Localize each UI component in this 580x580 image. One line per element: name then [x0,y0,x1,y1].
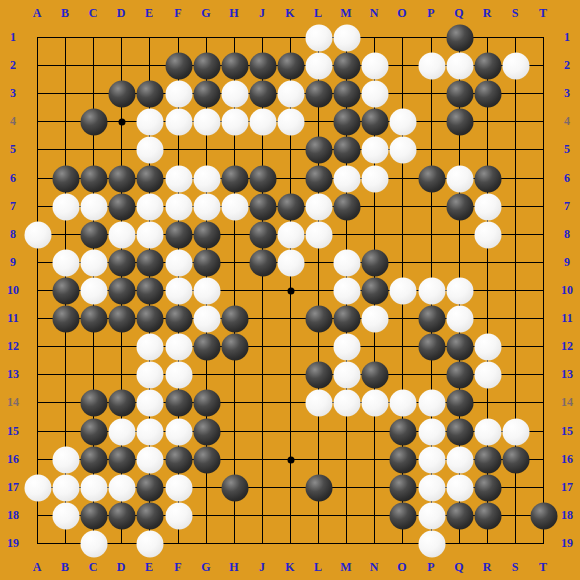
row-label-right: 18 [561,509,573,521]
black-stone[interactable] [333,108,360,135]
black-stone[interactable] [193,446,220,473]
grid-line-horizontal [37,543,544,544]
black-stone[interactable] [80,418,107,445]
white-stone[interactable] [418,418,445,445]
row-label-left: 15 [7,425,19,437]
black-stone[interactable] [305,80,332,107]
white-stone[interactable] [361,80,388,107]
row-label-left: 19 [7,537,19,549]
white-stone[interactable] [136,361,163,388]
black-stone[interactable] [305,165,332,192]
black-stone[interactable] [108,249,135,276]
black-stone[interactable] [333,52,360,79]
white-stone[interactable] [305,389,332,416]
column-label-bottom: S [512,561,519,573]
white-stone[interactable] [474,361,501,388]
black-stone[interactable] [108,502,135,529]
white-stone[interactable] [333,249,360,276]
black-stone[interactable] [249,165,276,192]
black-stone[interactable] [249,193,276,220]
black-stone[interactable] [446,361,473,388]
black-stone[interactable] [165,221,192,248]
white-stone[interactable] [333,24,360,51]
row-label-right: 19 [561,537,573,549]
column-label-top: J [259,7,265,19]
column-label-top: R [483,7,492,19]
white-stone[interactable] [80,249,107,276]
white-stone[interactable] [52,446,79,473]
black-stone[interactable] [221,333,248,360]
black-stone[interactable] [446,80,473,107]
row-label-right: 2 [564,59,570,71]
black-stone[interactable] [418,165,445,192]
column-label-top: H [229,7,238,19]
white-stone[interactable] [277,108,304,135]
white-stone[interactable] [221,193,248,220]
black-stone[interactable] [474,446,501,473]
white-stone[interactable] [418,446,445,473]
white-stone[interactable] [108,418,135,445]
row-label-right: 11 [561,312,572,324]
white-stone[interactable] [333,165,360,192]
black-stone[interactable] [80,446,107,473]
black-stone[interactable] [165,52,192,79]
black-stone[interactable] [80,502,107,529]
column-label-bottom: M [340,561,351,573]
black-stone[interactable] [446,193,473,220]
row-label-left: 9 [10,256,16,268]
black-stone[interactable] [474,52,501,79]
white-stone[interactable] [165,108,192,135]
white-stone[interactable] [52,502,79,529]
white-stone[interactable] [502,52,529,79]
black-stone[interactable] [277,193,304,220]
black-stone[interactable] [389,446,416,473]
white-stone[interactable] [136,446,163,473]
black-stone[interactable] [52,165,79,192]
black-stone[interactable] [389,502,416,529]
white-stone[interactable] [333,389,360,416]
white-stone[interactable] [136,108,163,135]
black-stone[interactable] [165,389,192,416]
white-stone[interactable] [136,136,163,163]
column-label-bottom: G [201,561,210,573]
white-stone[interactable] [474,221,501,248]
white-stone[interactable] [80,277,107,304]
column-label-top: Q [454,7,463,19]
black-stone[interactable] [80,221,107,248]
row-label-left: 1 [10,31,16,43]
white-stone[interactable] [165,502,192,529]
white-stone[interactable] [221,108,248,135]
row-label-right: 4 [564,115,570,127]
black-stone[interactable] [446,502,473,529]
white-stone[interactable] [277,80,304,107]
white-stone[interactable] [418,474,445,501]
white-stone[interactable] [333,333,360,360]
column-label-top: C [89,7,98,19]
white-stone[interactable] [418,52,445,79]
white-stone[interactable] [361,52,388,79]
black-stone[interactable] [193,52,220,79]
go-board-app: AABBCCDDEEFFGGHHJJKKLLMMNNOOPPQQRRSSTT11… [0,0,580,580]
column-label-bottom: Q [454,561,463,573]
white-stone[interactable] [446,165,473,192]
black-stone[interactable] [389,418,416,445]
white-stone[interactable] [221,80,248,107]
row-label-right: 12 [561,340,573,352]
white-stone[interactable] [474,418,501,445]
white-stone[interactable] [305,221,332,248]
black-stone[interactable] [80,389,107,416]
column-label-bottom: A [33,561,42,573]
black-stone[interactable] [361,108,388,135]
row-label-left: 4 [10,115,16,127]
row-label-right: 16 [561,453,573,465]
white-stone[interactable] [446,52,473,79]
column-label-top: N [370,7,379,19]
black-stone[interactable] [333,80,360,107]
white-stone[interactable] [165,277,192,304]
black-stone[interactable] [474,474,501,501]
black-stone[interactable] [193,333,220,360]
black-stone[interactable] [108,389,135,416]
white-stone[interactable] [80,530,107,557]
black-stone[interactable] [305,474,332,501]
black-stone[interactable] [361,277,388,304]
white-stone[interactable] [389,277,416,304]
white-stone[interactable] [165,361,192,388]
white-stone[interactable] [165,249,192,276]
black-stone[interactable] [136,305,163,332]
row-label-right: 9 [564,256,570,268]
black-stone[interactable] [333,193,360,220]
column-label-top: E [145,7,153,19]
white-stone[interactable] [277,221,304,248]
white-stone[interactable] [418,389,445,416]
row-label-right: 5 [564,143,570,155]
white-stone[interactable] [24,221,51,248]
white-stone[interactable] [361,305,388,332]
row-label-left: 6 [10,172,16,184]
row-label-right: 14 [561,396,573,408]
black-stone[interactable] [108,165,135,192]
row-label-right: 1 [564,31,570,43]
black-stone[interactable] [446,108,473,135]
column-label-bottom: K [285,561,294,573]
black-stone[interactable] [193,389,220,416]
grid-line-vertical [543,37,544,544]
white-stone[interactable] [193,305,220,332]
column-label-top: S [512,7,519,19]
black-stone[interactable] [136,249,163,276]
column-label-top: F [174,7,181,19]
white-stone[interactable] [193,277,220,304]
black-stone[interactable] [474,502,501,529]
white-stone[interactable] [136,221,163,248]
black-stone[interactable] [446,389,473,416]
column-label-bottom: E [145,561,153,573]
white-stone[interactable] [389,108,416,135]
black-stone[interactable] [446,24,473,51]
white-stone[interactable] [305,193,332,220]
black-stone[interactable] [249,52,276,79]
white-stone[interactable] [446,446,473,473]
white-stone[interactable] [52,249,79,276]
black-stone[interactable] [136,474,163,501]
column-label-bottom: N [370,561,379,573]
white-stone[interactable] [418,530,445,557]
row-label-left: 17 [7,481,19,493]
white-stone[interactable] [165,165,192,192]
column-label-top: O [397,7,406,19]
black-stone[interactable] [277,52,304,79]
black-stone[interactable] [136,502,163,529]
column-label-top: B [61,7,69,19]
black-stone[interactable] [193,418,220,445]
black-stone[interactable] [193,221,220,248]
row-label-right: 10 [561,284,573,296]
column-label-bottom: J [259,561,265,573]
row-label-left: 7 [10,200,16,212]
black-stone[interactable] [474,80,501,107]
black-stone[interactable] [221,165,248,192]
black-stone[interactable] [108,277,135,304]
star-point [118,118,125,125]
white-stone[interactable] [333,277,360,304]
row-label-right: 8 [564,228,570,240]
column-label-bottom: R [483,561,492,573]
black-stone[interactable] [530,502,557,529]
black-stone[interactable] [165,446,192,473]
white-stone[interactable] [277,249,304,276]
row-label-left: 2 [10,59,16,71]
row-label-left: 14 [7,396,19,408]
row-label-left: 18 [7,509,19,521]
white-stone[interactable] [193,108,220,135]
white-stone[interactable] [136,193,163,220]
black-stone[interactable] [418,333,445,360]
column-label-bottom: F [174,561,181,573]
column-label-top: A [33,7,42,19]
black-stone[interactable] [249,221,276,248]
black-stone[interactable] [108,193,135,220]
white-stone[interactable] [333,361,360,388]
row-label-left: 3 [10,87,16,99]
white-stone[interactable] [136,418,163,445]
white-stone[interactable] [446,277,473,304]
white-stone[interactable] [165,474,192,501]
row-label-left: 11 [7,312,18,324]
column-label-bottom: B [61,561,69,573]
white-stone[interactable] [165,193,192,220]
black-stone[interactable] [361,361,388,388]
white-stone[interactable] [24,474,51,501]
black-stone[interactable] [80,305,107,332]
column-label-bottom: C [89,561,98,573]
white-stone[interactable] [446,474,473,501]
white-stone[interactable] [136,389,163,416]
black-stone[interactable] [249,249,276,276]
grid-line-vertical [318,37,319,544]
column-label-top: K [285,7,294,19]
black-stone[interactable] [305,305,332,332]
black-stone[interactable] [221,52,248,79]
column-label-top: D [117,7,126,19]
white-stone[interactable] [474,333,501,360]
white-stone[interactable] [136,333,163,360]
black-stone[interactable] [108,305,135,332]
white-stone[interactable] [389,389,416,416]
white-stone[interactable] [80,474,107,501]
column-label-top: G [201,7,210,19]
row-label-right: 15 [561,425,573,437]
white-stone[interactable] [108,474,135,501]
black-stone[interactable] [52,305,79,332]
white-stone[interactable] [361,389,388,416]
white-stone[interactable] [502,418,529,445]
white-stone[interactable] [165,80,192,107]
white-stone[interactable] [361,136,388,163]
white-stone[interactable] [389,136,416,163]
row-label-right: 7 [564,200,570,212]
row-label-left: 12 [7,340,19,352]
star-point [287,287,294,294]
white-stone[interactable] [193,193,220,220]
black-stone[interactable] [193,80,220,107]
white-stone[interactable] [165,418,192,445]
white-stone[interactable] [418,502,445,529]
black-stone[interactable] [446,418,473,445]
white-stone[interactable] [136,530,163,557]
row-label-left: 8 [10,228,16,240]
black-stone[interactable] [333,305,360,332]
black-stone[interactable] [221,474,248,501]
black-stone[interactable] [165,305,192,332]
black-stone[interactable] [305,361,332,388]
black-stone[interactable] [80,108,107,135]
black-stone[interactable] [108,446,135,473]
white-stone[interactable] [474,193,501,220]
black-stone[interactable] [136,80,163,107]
row-label-right: 17 [561,481,573,493]
white-stone[interactable] [52,474,79,501]
white-stone[interactable] [418,277,445,304]
row-label-left: 10 [7,284,19,296]
column-label-bottom: D [117,561,126,573]
column-label-bottom: O [397,561,406,573]
column-label-bottom: P [427,561,434,573]
black-stone[interactable] [136,277,163,304]
black-stone[interactable] [389,474,416,501]
column-label-bottom: L [314,561,322,573]
white-stone[interactable] [108,221,135,248]
black-stone[interactable] [446,333,473,360]
black-stone[interactable] [361,249,388,276]
black-stone[interactable] [52,277,79,304]
row-label-left: 5 [10,143,16,155]
row-label-right: 13 [561,368,573,380]
white-stone[interactable] [52,193,79,220]
row-label-right: 3 [564,87,570,99]
white-stone[interactable] [193,165,220,192]
black-stone[interactable] [305,136,332,163]
white-stone[interactable] [361,165,388,192]
column-label-bottom: H [229,561,238,573]
white-stone[interactable] [446,305,473,332]
black-stone[interactable] [221,305,248,332]
black-stone[interactable] [474,165,501,192]
white-stone[interactable] [80,193,107,220]
column-label-top: P [427,7,434,19]
black-stone[interactable] [193,249,220,276]
black-stone[interactable] [333,136,360,163]
star-point [287,456,294,463]
row-label-right: 6 [564,172,570,184]
black-stone[interactable] [108,80,135,107]
column-label-top: M [340,7,351,19]
row-label-left: 13 [7,368,19,380]
white-stone[interactable] [249,108,276,135]
black-stone[interactable] [502,446,529,473]
black-stone[interactable] [418,305,445,332]
black-stone[interactable] [80,165,107,192]
white-stone[interactable] [305,24,332,51]
black-stone[interactable] [136,165,163,192]
column-label-bottom: T [539,561,547,573]
black-stone[interactable] [249,80,276,107]
column-label-top: L [314,7,322,19]
row-label-left: 16 [7,453,19,465]
column-label-top: T [539,7,547,19]
white-stone[interactable] [305,52,332,79]
white-stone[interactable] [165,333,192,360]
